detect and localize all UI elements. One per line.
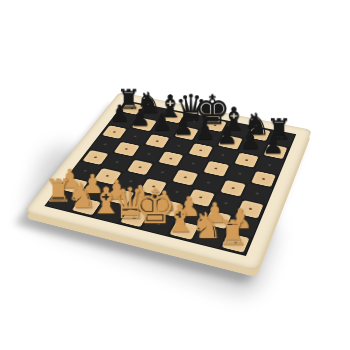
square-h1: ♜ bbox=[218, 231, 252, 255]
piece-black-pawn: ♟ bbox=[130, 106, 151, 129]
piece-black-pawn: ♟ bbox=[173, 114, 194, 138]
product-photo: ♜♞♝♛♚♝♞♜♟♟♟♟♟♟♟♟♟♟♟♟♟♟♟♟♜♞♝♛♚♝♞♜ bbox=[0, 0, 350, 350]
piece-black-pawn: ♟ bbox=[217, 123, 239, 147]
piece-black-pawn: ♟ bbox=[262, 132, 284, 157]
piece-black-pawn: ♟ bbox=[195, 119, 216, 143]
piece-white-rook: ♜ bbox=[217, 216, 248, 250]
photo-scene: ♜♞♝♛♚♝♞♜♟♟♟♟♟♟♟♟♟♟♟♟♟♟♟♟♜♞♝♛♚♝♞♜ bbox=[0, 0, 350, 350]
piece-black-pawn: ♟ bbox=[110, 102, 131, 125]
piece-black-pawn: ♟ bbox=[239, 128, 261, 152]
chess-board: ♜♞♝♛♚♝♞♜♟♟♟♟♟♟♟♟♟♟♟♟♟♟♟♟♜♞♝♛♚♝♞♜ bbox=[24, 92, 312, 271]
piece-black-pawn: ♟ bbox=[151, 110, 172, 134]
